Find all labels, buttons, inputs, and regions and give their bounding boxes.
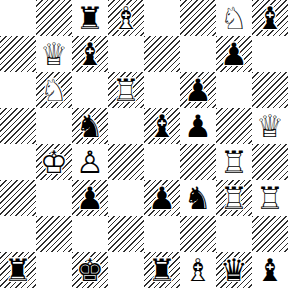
square-e1[interactable]: ♜♜ [144,252,180,288]
square-d3[interactable] [108,180,144,216]
square-e3[interactable]: ♟♟ [144,180,180,216]
square-d4[interactable] [108,144,144,180]
square-e5[interactable]: ♝♝ [144,108,180,144]
piece-white-knight: ♘ [36,72,72,108]
square-d7[interactable] [108,36,144,72]
square-e2[interactable] [144,216,180,252]
square-b6[interactable]: ♞♘ [36,72,72,108]
piece-white-knight: ♘ [216,0,252,36]
piece-black-queen: ♛ [216,252,252,288]
square-d5[interactable] [108,108,144,144]
piece-white-rook: ♖ [216,180,252,216]
piece-black-king-fill: ♚ [72,252,108,288]
square-h3[interactable]: ♜♖ [252,180,288,216]
square-b8[interactable] [36,0,72,36]
square-d6[interactable]: ♜♖ [108,72,144,108]
piece-black-bishop: ♝ [72,36,108,72]
piece-black-knight-fill: ♞ [72,108,108,144]
square-f7[interactable] [180,36,216,72]
square-h1[interactable]: ♝♝ [252,252,288,288]
square-f2[interactable] [180,216,216,252]
piece-white-queen-fill: ♛ [36,36,72,72]
piece-black-pawn-fill: ♟ [144,180,180,216]
square-f5[interactable]: ♟♟ [180,108,216,144]
piece-black-knight: ♞ [72,108,108,144]
piece-black-pawn-fill: ♟ [216,36,252,72]
piece-white-bishop-fill: ♝ [180,252,216,288]
square-c7[interactable]: ♝♝ [72,36,108,72]
square-f3[interactable]: ♞♞ [180,180,216,216]
piece-white-queen-fill: ♛ [252,108,288,144]
piece-black-knight: ♞ [180,180,216,216]
square-g7[interactable]: ♟♟ [216,36,252,72]
piece-black-pawn: ♟ [72,180,108,216]
square-b2[interactable] [36,216,72,252]
square-e7[interactable] [144,36,180,72]
square-g6[interactable] [216,72,252,108]
square-c4[interactable]: ♟♙ [72,144,108,180]
square-g1[interactable]: ♛♛ [216,252,252,288]
piece-black-bishop: ♝ [144,108,180,144]
square-b4[interactable]: ♚♔ [36,144,72,180]
piece-black-pawn-fill: ♟ [180,72,216,108]
square-b1[interactable] [36,252,72,288]
piece-white-rook-fill: ♜ [108,72,144,108]
square-c6[interactable] [72,72,108,108]
square-e8[interactable] [144,0,180,36]
square-a3[interactable] [0,180,36,216]
square-a1[interactable]: ♜♜ [0,252,36,288]
square-h4[interactable] [252,144,288,180]
piece-black-pawn-fill: ♟ [72,180,108,216]
square-h8[interactable]: ♝♝ [252,0,288,36]
square-b7[interactable]: ♛♕ [36,36,72,72]
piece-white-pawn-fill: ♟ [72,144,108,180]
piece-black-rook: ♜ [0,252,36,288]
square-h5[interactable]: ♛♕ [252,108,288,144]
square-g3[interactable]: ♜♖ [216,180,252,216]
piece-white-knight-fill: ♞ [216,0,252,36]
square-c8[interactable]: ♜♜ [72,0,108,36]
piece-black-pawn: ♟ [180,72,216,108]
piece-black-bishop-fill: ♝ [252,0,288,36]
square-a6[interactable] [0,72,36,108]
piece-white-king: ♔ [36,144,72,180]
piece-black-pawn-fill: ♟ [180,108,216,144]
piece-white-rook-fill: ♜ [252,180,288,216]
piece-white-bishop: ♗ [180,252,216,288]
piece-black-knight-fill: ♞ [180,180,216,216]
piece-black-bishop-fill: ♝ [72,36,108,72]
square-a2[interactable] [0,216,36,252]
square-a4[interactable] [0,144,36,180]
piece-white-rook: ♖ [108,72,144,108]
square-h7[interactable] [252,36,288,72]
square-d8[interactable]: ♝♗ [108,0,144,36]
square-a8[interactable] [0,0,36,36]
square-g4[interactable]: ♜♖ [216,144,252,180]
piece-black-rook-fill: ♜ [144,252,180,288]
square-f4[interactable] [180,144,216,180]
square-g5[interactable] [216,108,252,144]
piece-black-rook-fill: ♜ [0,252,36,288]
square-d2[interactable] [108,216,144,252]
piece-black-rook-fill: ♜ [72,0,108,36]
chess-board: ♜♜♝♗♞♘♝♝♛♕♝♝♟♟♞♘♜♖♟♟♞♞♝♝♟♟♛♕♚♔♟♙♜♖♟♟♟♟♞♞… [0,0,288,288]
piece-black-pawn: ♟ [216,36,252,72]
square-f6[interactable]: ♟♟ [180,72,216,108]
square-d1[interactable] [108,252,144,288]
square-c3[interactable]: ♟♟ [72,180,108,216]
piece-white-bishop: ♗ [108,0,144,36]
square-f8[interactable] [180,0,216,36]
piece-black-queen-fill: ♛ [216,252,252,288]
piece-white-rook: ♖ [216,144,252,180]
square-a7[interactable] [0,36,36,72]
piece-white-rook-fill: ♜ [216,144,252,180]
piece-white-knight-fill: ♞ [36,72,72,108]
piece-white-pawn: ♙ [72,144,108,180]
piece-black-pawn: ♟ [144,180,180,216]
square-b3[interactable] [36,180,72,216]
piece-white-queen: ♕ [36,36,72,72]
piece-black-bishop-fill: ♝ [144,108,180,144]
square-g8[interactable]: ♞♘ [216,0,252,36]
piece-black-bishop: ♝ [252,0,288,36]
square-b5[interactable] [36,108,72,144]
piece-black-bishop-fill: ♝ [252,252,288,288]
square-c5[interactable]: ♞♞ [72,108,108,144]
square-c2[interactable] [72,216,108,252]
square-e6[interactable] [144,72,180,108]
piece-black-rook: ♜ [72,0,108,36]
square-a5[interactable] [0,108,36,144]
piece-white-rook: ♖ [252,180,288,216]
piece-white-king-fill: ♚ [36,144,72,180]
square-e4[interactable] [144,144,180,180]
piece-white-rook-fill: ♜ [216,180,252,216]
square-c1[interactable]: ♚♚ [72,252,108,288]
piece-black-bishop: ♝ [252,252,288,288]
square-f1[interactable]: ♝♗ [180,252,216,288]
piece-white-queen: ♕ [252,108,288,144]
piece-black-rook: ♜ [144,252,180,288]
piece-white-bishop-fill: ♝ [108,0,144,36]
square-g2[interactable] [216,216,252,252]
square-h2[interactable] [252,216,288,252]
square-h6[interactable] [252,72,288,108]
piece-black-pawn: ♟ [180,108,216,144]
piece-black-king: ♚ [72,252,108,288]
